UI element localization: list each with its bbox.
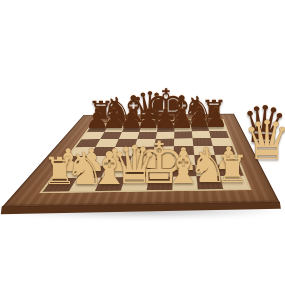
square-d1 xyxy=(121,177,149,191)
square-f1 xyxy=(172,176,198,190)
square-e2 xyxy=(149,165,173,177)
square-e4 xyxy=(153,146,174,155)
square-e5 xyxy=(154,139,174,147)
square-f4 xyxy=(174,146,195,155)
square-h2 xyxy=(217,164,243,176)
square-e3 xyxy=(151,155,174,165)
square-g3 xyxy=(194,155,217,165)
square-f2 xyxy=(173,165,197,177)
square-h4 xyxy=(213,146,236,155)
chess-board xyxy=(2,114,280,207)
square-d5 xyxy=(135,139,156,147)
square-g4 xyxy=(193,146,215,155)
square-d4 xyxy=(132,147,154,156)
square-h3 xyxy=(215,154,239,164)
square-e1 xyxy=(147,177,173,191)
chess-set-photo: ♜♞♝♛♚♝♞♜♟♟♟♟♟♟♟♟♟♟♟♟♟♟♟♟♜♞♝♛♚♝♞♜ ♛♛ xyxy=(0,0,285,285)
square-h1 xyxy=(220,176,248,189)
square-d3 xyxy=(129,155,153,165)
square-d2 xyxy=(125,165,151,177)
square-g5 xyxy=(193,138,213,146)
board-squares-grid xyxy=(39,119,252,194)
square-f5 xyxy=(174,138,193,146)
square-h5 xyxy=(211,138,232,146)
square-f3 xyxy=(173,155,195,165)
square-g1 xyxy=(196,176,223,189)
square-g2 xyxy=(195,165,220,177)
